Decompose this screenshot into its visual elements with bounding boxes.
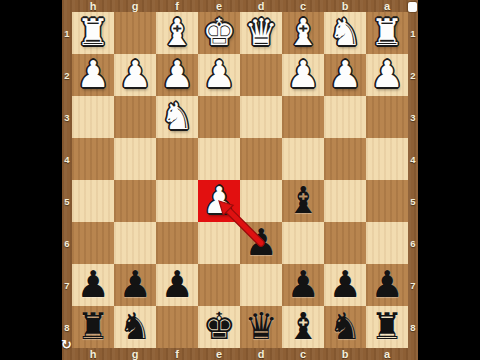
square-f7[interactable]: ♟ — [156, 264, 198, 306]
square-d7[interactable] — [240, 264, 282, 306]
rank-label: 1 — [408, 12, 418, 54]
square-a3[interactable] — [366, 96, 408, 138]
piece-wP-g2: ♟ — [118, 56, 151, 93]
piece-wP-e5: ♟ — [202, 182, 235, 219]
corner-marker-icon — [408, 2, 417, 12]
square-b3[interactable] — [324, 96, 366, 138]
square-e3[interactable] — [198, 96, 240, 138]
rank-label: 3 — [408, 96, 418, 138]
piece-bR-a8: ♜ — [370, 308, 403, 345]
piece-wP-b2: ♟ — [328, 56, 361, 93]
board-squares: ♜♝♚♛♝♞♜♟♟♟♟♟♟♟♞♟♝♟♟♟♟♟♟♟♜♞♚♛♝♞♜ — [72, 12, 408, 348]
piece-bP-a7: ♟ — [370, 266, 403, 303]
square-e4[interactable] — [198, 138, 240, 180]
piece-bP-f7: ♟ — [160, 266, 193, 303]
square-g2[interactable]: ♟ — [114, 54, 156, 96]
square-b8[interactable]: ♞ — [324, 306, 366, 348]
rank-label: 8 — [408, 306, 418, 348]
piece-bN-g8: ♞ — [118, 308, 151, 345]
square-b6[interactable] — [324, 222, 366, 264]
square-g3[interactable] — [114, 96, 156, 138]
piece-bP-b7: ♟ — [328, 266, 361, 303]
square-h1[interactable]: ♜ — [72, 12, 114, 54]
square-d3[interactable] — [240, 96, 282, 138]
file-label: c — [282, 348, 324, 360]
rank-label: 7 — [62, 264, 72, 306]
square-b5[interactable] — [324, 180, 366, 222]
square-b1[interactable]: ♞ — [324, 12, 366, 54]
square-g1[interactable] — [114, 12, 156, 54]
piece-wB-c1: ♝ — [286, 14, 319, 51]
square-b7[interactable]: ♟ — [324, 264, 366, 306]
square-h5[interactable] — [72, 180, 114, 222]
square-d4[interactable] — [240, 138, 282, 180]
square-e8[interactable]: ♚ — [198, 306, 240, 348]
square-f2[interactable]: ♟ — [156, 54, 198, 96]
square-b2[interactable]: ♟ — [324, 54, 366, 96]
file-label: f — [156, 348, 198, 360]
square-g5[interactable] — [114, 180, 156, 222]
piece-bP-c7: ♟ — [286, 266, 319, 303]
square-f4[interactable] — [156, 138, 198, 180]
file-labels-bottom: hgfedcba — [72, 348, 408, 360]
piece-bP-d6: ♟ — [244, 224, 277, 261]
rank-label: 5 — [408, 180, 418, 222]
rank-label: 2 — [62, 54, 72, 96]
rank-label: 7 — [408, 264, 418, 306]
piece-wP-f2: ♟ — [160, 56, 193, 93]
square-c7[interactable]: ♟ — [282, 264, 324, 306]
piece-wR-h1: ♜ — [76, 14, 109, 51]
square-c1[interactable]: ♝ — [282, 12, 324, 54]
square-g8[interactable]: ♞ — [114, 306, 156, 348]
rank-label: 6 — [408, 222, 418, 264]
piece-wP-a2: ♟ — [370, 56, 403, 93]
piece-wN-f3: ♞ — [160, 98, 193, 135]
square-f3[interactable]: ♞ — [156, 96, 198, 138]
square-g7[interactable]: ♟ — [114, 264, 156, 306]
piece-bB-c5: ♝ — [286, 182, 319, 219]
square-h8[interactable]: ♜ — [72, 306, 114, 348]
square-c5[interactable]: ♝ — [282, 180, 324, 222]
rank-label: 2 — [408, 54, 418, 96]
square-e2[interactable]: ♟ — [198, 54, 240, 96]
square-h3[interactable] — [72, 96, 114, 138]
rank-label: 4 — [62, 138, 72, 180]
piece-bN-b8: ♞ — [328, 308, 361, 345]
square-h7[interactable]: ♟ — [72, 264, 114, 306]
square-d6[interactable]: ♟ — [240, 222, 282, 264]
rank-labels-left: 12345678 — [62, 12, 72, 348]
piece-bK-e8: ♚ — [202, 308, 235, 345]
square-a5[interactable] — [366, 180, 408, 222]
piece-wR-a1: ♜ — [370, 14, 403, 51]
flip-board-icon[interactable]: ↻ — [58, 336, 75, 353]
piece-wP-c2: ♟ — [286, 56, 319, 93]
square-d8[interactable]: ♛ — [240, 306, 282, 348]
square-e1[interactable]: ♚ — [198, 12, 240, 54]
piece-wK-e1: ♚ — [202, 14, 235, 51]
square-a1[interactable]: ♜ — [366, 12, 408, 54]
square-f5[interactable] — [156, 180, 198, 222]
piece-wB-f1: ♝ — [160, 14, 193, 51]
square-a6[interactable] — [366, 222, 408, 264]
square-h4[interactable] — [72, 138, 114, 180]
square-d1[interactable]: ♛ — [240, 12, 282, 54]
square-a7[interactable]: ♟ — [366, 264, 408, 306]
square-e6[interactable] — [198, 222, 240, 264]
square-a4[interactable] — [366, 138, 408, 180]
square-e7[interactable] — [198, 264, 240, 306]
square-f1[interactable]: ♝ — [156, 12, 198, 54]
square-g6[interactable] — [114, 222, 156, 264]
piece-bQ-d8: ♛ — [244, 308, 277, 345]
square-c4[interactable] — [282, 138, 324, 180]
file-label: b — [324, 348, 366, 360]
rank-label: 5 — [62, 180, 72, 222]
piece-bB-c8: ♝ — [286, 308, 319, 345]
square-d2[interactable] — [240, 54, 282, 96]
square-c6[interactable] — [282, 222, 324, 264]
rank-label: 3 — [62, 96, 72, 138]
square-c3[interactable] — [282, 96, 324, 138]
file-label: g — [114, 0, 156, 12]
square-d5[interactable] — [240, 180, 282, 222]
square-c2[interactable]: ♟ — [282, 54, 324, 96]
file-label: h — [72, 348, 114, 360]
square-a8[interactable]: ♜ — [366, 306, 408, 348]
file-label: a — [366, 348, 408, 360]
rank-label: 1 — [62, 12, 72, 54]
file-label: d — [240, 348, 282, 360]
square-h2[interactable]: ♟ — [72, 54, 114, 96]
chess-video-frame: hgfedcba hgfedcba 12345678 12345678 ♜♝♚♛… — [0, 0, 480, 360]
piece-wN-b1: ♞ — [328, 14, 361, 51]
rank-label: 4 — [408, 138, 418, 180]
file-label: g — [114, 348, 156, 360]
rank-label: 6 — [62, 222, 72, 264]
square-b4[interactable] — [324, 138, 366, 180]
piece-wP-e2: ♟ — [202, 56, 235, 93]
square-e5[interactable]: ♟ — [198, 180, 240, 222]
square-f6[interactable] — [156, 222, 198, 264]
piece-wQ-d1: ♛ — [244, 14, 277, 51]
piece-bR-h8: ♜ — [76, 308, 109, 345]
file-label: e — [198, 348, 240, 360]
piece-bP-g7: ♟ — [118, 266, 151, 303]
square-h6[interactable] — [72, 222, 114, 264]
square-g4[interactable] — [114, 138, 156, 180]
square-a2[interactable]: ♟ — [366, 54, 408, 96]
chess-board: hgfedcba hgfedcba 12345678 12345678 ♜♝♚♛… — [62, 0, 418, 360]
piece-wP-h2: ♟ — [76, 56, 109, 93]
piece-bP-h7: ♟ — [76, 266, 109, 303]
square-f8[interactable] — [156, 306, 198, 348]
square-c8[interactable]: ♝ — [282, 306, 324, 348]
rank-labels-right: 12345678 — [408, 12, 418, 348]
